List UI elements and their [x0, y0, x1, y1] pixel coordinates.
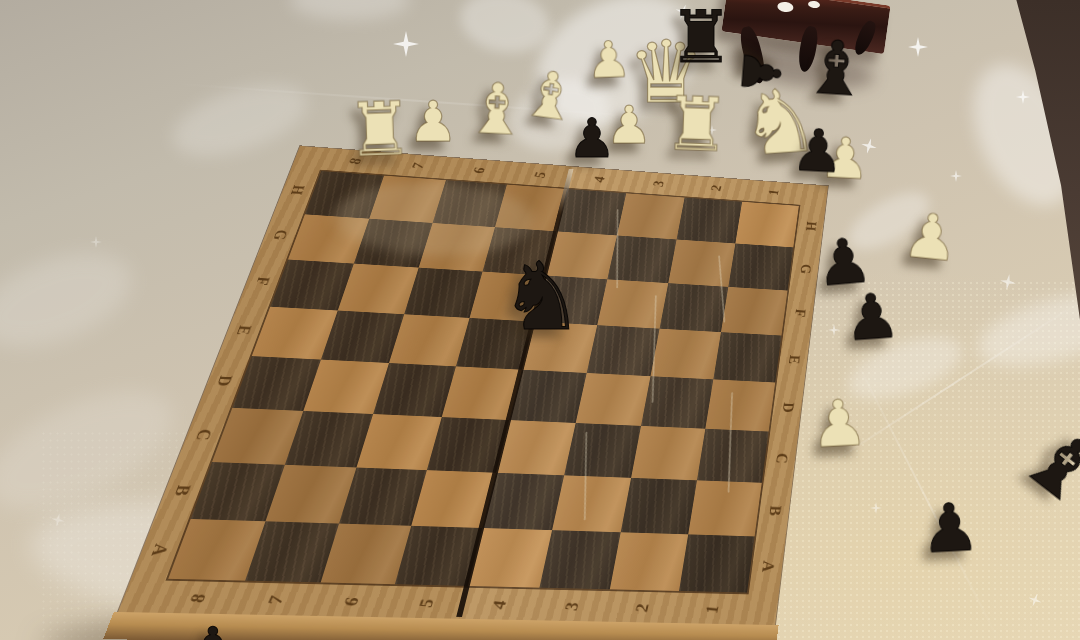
scattered-white-rook: ♜ — [663, 86, 732, 162]
scattered-black-pawn: ♟ — [842, 285, 902, 351]
scattered-black-bishop: ♝ — [1008, 411, 1080, 521]
scattered-white-pawn: ♟ — [809, 390, 870, 457]
piece-black-knight-e4: ♞ — [500, 250, 584, 344]
photo-scene: 87654321 87654321 HGFEDCBA HGFEDCBA ♜♟♝♝… — [0, 0, 1080, 640]
scattered-white-rook: ♜ — [346, 91, 415, 167]
scattered-black-pawn: ♟ — [919, 494, 982, 563]
scattered-white-pawn: ♟ — [586, 34, 633, 86]
scattered-black-rook: ♜ — [669, 1, 734, 73]
scattered-black-bishop: ♝ — [800, 29, 871, 107]
scattered-white-pawn: ♟ — [900, 204, 962, 271]
scattered-black-pawn: ♟ — [186, 619, 240, 640]
scattered-black-pawn: ♟ — [568, 112, 616, 166]
scattered-white-pawn: ♟ — [408, 94, 458, 150]
scattered-black-pawn: ♟ — [791, 121, 846, 182]
scattered-black-pawn: ♟ — [733, 47, 789, 98]
pieces-layer: ♜♟♝♝♟♛♟♜♞♟♟♟♜♝♟♟♟♟♟♝♟♟♞ — [0, 0, 1080, 640]
